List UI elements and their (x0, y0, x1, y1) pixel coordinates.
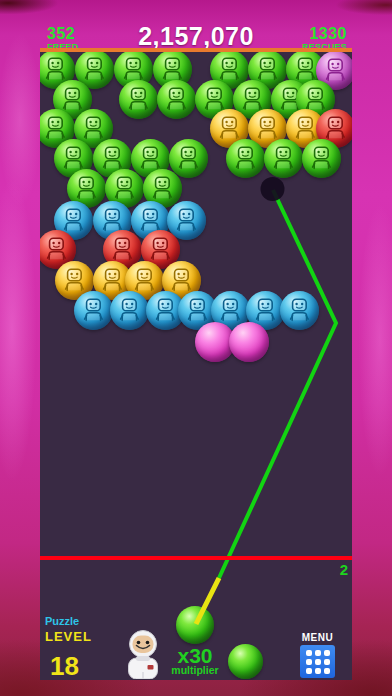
menu-grid-icon (306, 650, 330, 674)
astronaut-face-icon (78, 53, 110, 85)
astronaut-face-icon (122, 83, 154, 115)
current-shot-bubble[interactable] (176, 606, 214, 644)
drops-remaining: 2 (340, 561, 348, 578)
bubble-blue (74, 291, 113, 330)
bubble-green (157, 80, 196, 119)
astronaut-face-icon (267, 142, 299, 174)
level-value: 18 (50, 651, 79, 680)
astronaut-face-icon (149, 294, 181, 326)
multiplier-label: multiplier (153, 664, 237, 676)
board[interactable]: 2 Puzzle LEVEL 18 x30 multiplier MENU (40, 48, 352, 680)
bubble-green (119, 80, 158, 119)
aim-line-green (219, 190, 336, 578)
puzzle-label: Puzzle (45, 615, 79, 627)
game-screen: 352 FREED 2,157,070 1330 RESCUES 2 Puzzl… (0, 0, 392, 696)
bubble-green (264, 139, 303, 178)
astronaut-face-icon (249, 294, 281, 326)
astronaut-face-icon (77, 112, 109, 144)
bubble-green (302, 139, 341, 178)
astronaut-face-icon (170, 204, 202, 236)
astronaut-face-icon (108, 172, 140, 204)
astronaut-face-icon (77, 294, 109, 326)
landing-marker (261, 177, 285, 201)
board-top-line (40, 48, 352, 52)
menu-button[interactable] (300, 645, 335, 678)
astronaut-face-icon (229, 142, 261, 174)
astronaut-face-icon (283, 294, 315, 326)
danger-line (40, 556, 352, 560)
astronaut-face-icon (58, 264, 90, 296)
bubble-pink (229, 322, 269, 362)
astronaut-face-icon (181, 294, 213, 326)
bubble-blue (280, 291, 319, 330)
astronaut-face-icon (305, 142, 337, 174)
bubble-green (226, 139, 265, 178)
astronaut-face-icon (144, 233, 176, 265)
level-label: LEVEL (45, 629, 92, 644)
astronaut-face-icon (214, 294, 246, 326)
menu-label: MENU (300, 632, 335, 643)
astronaut-face-icon (172, 142, 204, 174)
astronaut-face-icon (160, 83, 192, 115)
astronaut-face-icon (146, 172, 178, 204)
rescues-value: 1330 (302, 26, 347, 42)
astronaut-face-icon (40, 233, 72, 265)
astronaut-face-icon (113, 294, 145, 326)
bubble-blue (110, 291, 149, 330)
astronaut-face-icon (70, 172, 102, 204)
